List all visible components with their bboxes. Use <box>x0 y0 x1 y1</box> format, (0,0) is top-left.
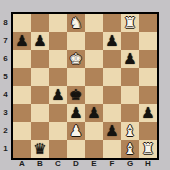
square-h8[interactable] <box>139 14 157 32</box>
black-king-d4[interactable]: ♚ <box>67 86 85 104</box>
square-b2[interactable] <box>31 122 49 140</box>
square-a8[interactable] <box>13 14 31 32</box>
square-g6[interactable]: ♟ <box>121 50 139 68</box>
square-a6[interactable] <box>13 50 31 68</box>
black-pawn-b7[interactable]: ♟ <box>31 32 49 50</box>
square-c6[interactable] <box>49 50 67 68</box>
square-d5[interactable] <box>67 68 85 86</box>
square-e8[interactable] <box>85 14 103 32</box>
square-g2[interactable]: ♝ <box>121 122 139 140</box>
file-label-g: G <box>121 158 139 170</box>
rank-label-5: 5 <box>0 68 11 86</box>
square-f5[interactable] <box>103 68 121 86</box>
file-label-d: D <box>67 158 85 170</box>
square-f7[interactable]: ♟ <box>103 32 121 50</box>
square-b1[interactable]: ♛ <box>31 140 49 158</box>
square-a1[interactable] <box>13 140 31 158</box>
black-pawn-d3[interactable]: ♟ <box>67 104 85 122</box>
square-b5[interactable] <box>31 68 49 86</box>
square-b6[interactable] <box>31 50 49 68</box>
white-pawn-d2[interactable]: ♟ <box>67 122 85 140</box>
white-knight-d8[interactable]: ♞ <box>67 14 85 32</box>
square-f3[interactable] <box>103 104 121 122</box>
black-queen-b1[interactable]: ♛ <box>31 140 49 158</box>
square-h3[interactable]: ♟ <box>139 104 157 122</box>
square-a4[interactable] <box>13 86 31 104</box>
square-b3[interactable] <box>31 104 49 122</box>
square-a3[interactable] <box>13 104 31 122</box>
square-h4[interactable] <box>139 86 157 104</box>
square-e7[interactable] <box>85 32 103 50</box>
square-c2[interactable] <box>49 122 67 140</box>
square-f2[interactable]: ♟ <box>103 122 121 140</box>
file-label-f: F <box>103 158 121 170</box>
chessboard[interactable]: ♞♜♟♟♟♚♟♟♚♟♟♟♟♟♝♛♝♜ <box>11 12 159 160</box>
square-e4[interactable] <box>85 86 103 104</box>
rank-label-1: 1 <box>0 140 11 158</box>
square-c7[interactable] <box>49 32 67 50</box>
square-h1[interactable]: ♜ <box>139 140 157 158</box>
black-pawn-h3[interactable]: ♟ <box>139 104 157 122</box>
rank-label-3: 3 <box>0 104 11 122</box>
rank-labels: 87654321 <box>0 14 11 158</box>
square-e6[interactable] <box>85 50 103 68</box>
file-label-c: C <box>49 158 67 170</box>
square-d1[interactable] <box>67 140 85 158</box>
square-h2[interactable] <box>139 122 157 140</box>
square-d4[interactable]: ♚ <box>67 86 85 104</box>
square-h7[interactable] <box>139 32 157 50</box>
square-g5[interactable] <box>121 68 139 86</box>
square-f4[interactable] <box>103 86 121 104</box>
square-b4[interactable] <box>31 86 49 104</box>
square-d2[interactable]: ♟ <box>67 122 85 140</box>
white-bishop-g1[interactable]: ♝ <box>121 140 139 158</box>
black-pawn-c4[interactable]: ♟ <box>49 86 67 104</box>
square-g1[interactable]: ♝ <box>121 140 139 158</box>
black-pawn-f2[interactable]: ♟ <box>103 122 121 140</box>
rank-label-8: 8 <box>0 14 11 32</box>
square-a7[interactable]: ♟ <box>13 32 31 50</box>
square-d8[interactable]: ♞ <box>67 14 85 32</box>
file-label-h: H <box>139 158 157 170</box>
square-d3[interactable]: ♟ <box>67 104 85 122</box>
square-c3[interactable] <box>49 104 67 122</box>
square-b7[interactable]: ♟ <box>31 32 49 50</box>
black-pawn-g6[interactable]: ♟ <box>121 50 139 68</box>
white-rook-h1[interactable]: ♜ <box>139 140 157 158</box>
square-e1[interactable] <box>85 140 103 158</box>
square-c4[interactable]: ♟ <box>49 86 67 104</box>
square-h6[interactable] <box>139 50 157 68</box>
square-c1[interactable] <box>49 140 67 158</box>
square-h5[interactable] <box>139 68 157 86</box>
square-g7[interactable] <box>121 32 139 50</box>
white-king-d6[interactable]: ♚ <box>67 50 85 68</box>
black-pawn-f7[interactable]: ♟ <box>103 32 121 50</box>
square-a2[interactable] <box>13 122 31 140</box>
square-f1[interactable] <box>103 140 121 158</box>
black-pawn-e3[interactable]: ♟ <box>85 104 103 122</box>
square-d6[interactable]: ♚ <box>67 50 85 68</box>
white-rook-g8[interactable]: ♜ <box>121 14 139 32</box>
file-label-e: E <box>85 158 103 170</box>
square-f8[interactable] <box>103 14 121 32</box>
file-labels: ABCDEFGH <box>13 158 157 170</box>
square-e3[interactable]: ♟ <box>85 104 103 122</box>
square-c5[interactable] <box>49 68 67 86</box>
square-d7[interactable] <box>67 32 85 50</box>
square-g3[interactable] <box>121 104 139 122</box>
black-pawn-a7[interactable]: ♟ <box>13 32 31 50</box>
white-bishop-g2[interactable]: ♝ <box>121 122 139 140</box>
rank-label-6: 6 <box>0 50 11 68</box>
file-label-b: B <box>31 158 49 170</box>
rank-label-4: 4 <box>0 86 11 104</box>
rank-label-7: 7 <box>0 32 11 50</box>
square-e2[interactable] <box>85 122 103 140</box>
square-c8[interactable] <box>49 14 67 32</box>
file-label-a: A <box>13 158 31 170</box>
square-b8[interactable] <box>31 14 49 32</box>
chess-app-window: 87654321 ♞♜♟♟♟♚♟♟♚♟♟♟♟♟♝♛♝♜ ABCDEFGH <box>0 0 170 170</box>
square-g8[interactable]: ♜ <box>121 14 139 32</box>
square-a5[interactable] <box>13 68 31 86</box>
square-g4[interactable] <box>121 86 139 104</box>
square-f6[interactable] <box>103 50 121 68</box>
rank-label-2: 2 <box>0 122 11 140</box>
square-e5[interactable] <box>85 68 103 86</box>
